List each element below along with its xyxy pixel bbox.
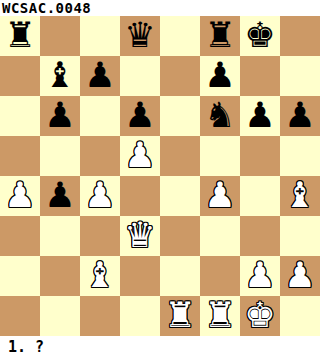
- white-queen[interactable]: ♛: [124, 218, 155, 253]
- square-h7[interactable]: [280, 56, 320, 96]
- square-f2[interactable]: [200, 256, 240, 296]
- square-h5[interactable]: [280, 136, 320, 176]
- black-rook[interactable]: ♜: [4, 18, 35, 53]
- move-prompt: 1. ?: [0, 336, 320, 360]
- square-d4[interactable]: [120, 176, 160, 216]
- black-pawn[interactable]: ♟: [244, 98, 275, 133]
- white-rook[interactable]: ♜: [204, 298, 235, 333]
- square-a4[interactable]: ♟: [0, 176, 40, 216]
- square-g5[interactable]: [240, 136, 280, 176]
- square-g8[interactable]: ♚: [240, 16, 280, 56]
- square-b5[interactable]: [40, 136, 80, 176]
- square-c4[interactable]: ♟: [80, 176, 120, 216]
- white-king[interactable]: ♚: [244, 298, 275, 333]
- black-bishop[interactable]: ♝: [44, 58, 75, 93]
- white-pawn[interactable]: ♟: [124, 138, 155, 173]
- square-d3[interactable]: ♛: [120, 216, 160, 256]
- square-e3[interactable]: [160, 216, 200, 256]
- square-f6[interactable]: ♞: [200, 96, 240, 136]
- black-rook[interactable]: ♜: [204, 18, 235, 53]
- white-pawn[interactable]: ♟: [204, 178, 235, 213]
- white-bishop[interactable]: ♝: [284, 178, 315, 213]
- square-g2[interactable]: ♟: [240, 256, 280, 296]
- black-pawn[interactable]: ♟: [44, 98, 75, 133]
- square-e5[interactable]: [160, 136, 200, 176]
- square-f8[interactable]: ♜: [200, 16, 240, 56]
- square-f4[interactable]: ♟: [200, 176, 240, 216]
- square-d2[interactable]: [120, 256, 160, 296]
- square-h4[interactable]: ♝: [280, 176, 320, 216]
- square-e4[interactable]: [160, 176, 200, 216]
- square-a8[interactable]: ♜: [0, 16, 40, 56]
- square-b1[interactable]: [40, 296, 80, 336]
- black-king[interactable]: ♚: [244, 18, 275, 53]
- square-e7[interactable]: [160, 56, 200, 96]
- square-a5[interactable]: [0, 136, 40, 176]
- square-f5[interactable]: [200, 136, 240, 176]
- black-knight[interactable]: ♞: [204, 98, 235, 133]
- square-h1[interactable]: [280, 296, 320, 336]
- square-h2[interactable]: ♟: [280, 256, 320, 296]
- square-e6[interactable]: [160, 96, 200, 136]
- square-g4[interactable]: [240, 176, 280, 216]
- square-a3[interactable]: [0, 216, 40, 256]
- square-e1[interactable]: ♜: [160, 296, 200, 336]
- square-f1[interactable]: ♜: [200, 296, 240, 336]
- square-f3[interactable]: [200, 216, 240, 256]
- square-h3[interactable]: [280, 216, 320, 256]
- square-e8[interactable]: [160, 16, 200, 56]
- square-h6[interactable]: ♟: [280, 96, 320, 136]
- black-queen[interactable]: ♛: [124, 18, 155, 53]
- square-a1[interactable]: [0, 296, 40, 336]
- white-pawn[interactable]: ♟: [244, 258, 275, 293]
- square-a2[interactable]: [0, 256, 40, 296]
- square-g7[interactable]: [240, 56, 280, 96]
- square-f7[interactable]: ♟: [200, 56, 240, 96]
- square-h8[interactable]: [280, 16, 320, 56]
- square-a6[interactable]: [0, 96, 40, 136]
- square-c2[interactable]: ♝: [80, 256, 120, 296]
- square-d7[interactable]: [120, 56, 160, 96]
- square-d6[interactable]: ♟: [120, 96, 160, 136]
- chess-board: ♜♛♜♚♝♟♟♟♟♞♟♟♟♟♟♟♟♝♛♝♟♟♜♜♚: [0, 16, 320, 336]
- square-c5[interactable]: [80, 136, 120, 176]
- square-c8[interactable]: [80, 16, 120, 56]
- square-d1[interactable]: [120, 296, 160, 336]
- square-b2[interactable]: [40, 256, 80, 296]
- white-pawn[interactable]: ♟: [284, 258, 315, 293]
- square-g6[interactable]: ♟: [240, 96, 280, 136]
- black-pawn[interactable]: ♟: [44, 178, 75, 213]
- square-c6[interactable]: [80, 96, 120, 136]
- black-pawn[interactable]: ♟: [204, 58, 235, 93]
- square-a7[interactable]: [0, 56, 40, 96]
- white-rook[interactable]: ♜: [164, 298, 195, 333]
- square-e2[interactable]: [160, 256, 200, 296]
- white-pawn[interactable]: ♟: [84, 178, 115, 213]
- square-b7[interactable]: ♝: [40, 56, 80, 96]
- black-pawn[interactable]: ♟: [124, 98, 155, 133]
- square-b4[interactable]: ♟: [40, 176, 80, 216]
- square-b3[interactable]: [40, 216, 80, 256]
- black-pawn[interactable]: ♟: [84, 58, 115, 93]
- square-d5[interactable]: ♟: [120, 136, 160, 176]
- white-bishop[interactable]: ♝: [84, 258, 115, 293]
- square-c7[interactable]: ♟: [80, 56, 120, 96]
- white-pawn[interactable]: ♟: [4, 178, 35, 213]
- square-b6[interactable]: ♟: [40, 96, 80, 136]
- square-c3[interactable]: [80, 216, 120, 256]
- square-c1[interactable]: [80, 296, 120, 336]
- square-g1[interactable]: ♚: [240, 296, 280, 336]
- square-b8[interactable]: [40, 16, 80, 56]
- square-d8[interactable]: ♛: [120, 16, 160, 56]
- square-g3[interactable]: [240, 216, 280, 256]
- black-pawn[interactable]: ♟: [284, 98, 315, 133]
